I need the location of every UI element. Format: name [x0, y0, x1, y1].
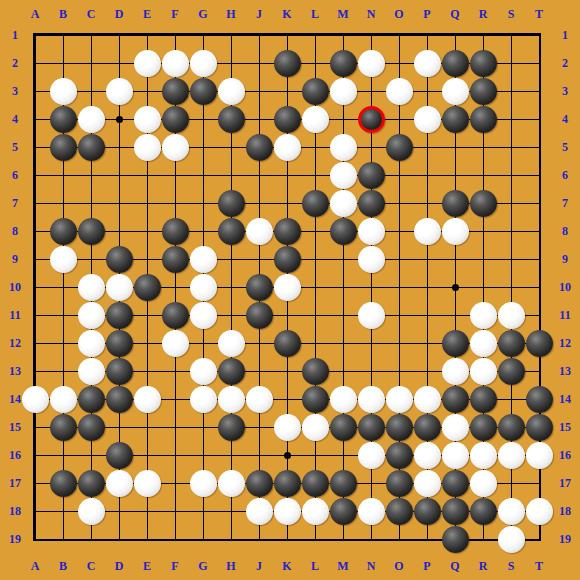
intersection-G7[interactable]	[189, 189, 217, 217]
intersection-L15[interactable]	[301, 413, 329, 441]
intersection-J4[interactable]	[245, 105, 273, 133]
intersection-S17[interactable]	[497, 469, 525, 497]
intersection-C11[interactable]	[77, 301, 105, 329]
intersection-N10[interactable]	[357, 273, 385, 301]
intersection-S14[interactable]	[497, 385, 525, 413]
intersection-Q10[interactable]	[441, 273, 469, 301]
intersection-K19[interactable]	[273, 525, 301, 553]
intersection-N6[interactable]	[357, 161, 385, 189]
intersection-O18[interactable]	[385, 497, 413, 525]
intersection-O19[interactable]	[385, 525, 413, 553]
intersection-A14[interactable]	[21, 385, 49, 413]
intersection-P7[interactable]	[413, 189, 441, 217]
intersection-M15[interactable]	[329, 413, 357, 441]
intersection-O16[interactable]	[385, 441, 413, 469]
intersection-T4[interactable]	[525, 105, 553, 133]
intersection-S12[interactable]	[497, 329, 525, 357]
intersection-R10[interactable]	[469, 273, 497, 301]
intersection-B2[interactable]	[49, 49, 77, 77]
intersection-M1[interactable]	[329, 21, 357, 49]
intersection-P13[interactable]	[413, 357, 441, 385]
intersection-O8[interactable]	[385, 217, 413, 245]
intersection-E4[interactable]	[133, 105, 161, 133]
intersection-D7[interactable]	[105, 189, 133, 217]
intersection-Q5[interactable]	[441, 133, 469, 161]
intersection-D4[interactable]	[105, 105, 133, 133]
intersection-A7[interactable]	[21, 189, 49, 217]
intersection-E17[interactable]	[133, 469, 161, 497]
intersection-B12[interactable]	[49, 329, 77, 357]
intersection-M18[interactable]	[329, 497, 357, 525]
intersection-N14[interactable]	[357, 385, 385, 413]
intersection-G17[interactable]	[189, 469, 217, 497]
intersection-R14[interactable]	[469, 385, 497, 413]
intersection-H14[interactable]	[217, 385, 245, 413]
intersection-P2[interactable]	[413, 49, 441, 77]
intersection-T16[interactable]	[525, 441, 553, 469]
intersection-N16[interactable]	[357, 441, 385, 469]
intersection-Q8[interactable]	[441, 217, 469, 245]
intersection-J19[interactable]	[245, 525, 273, 553]
intersection-D19[interactable]	[105, 525, 133, 553]
intersection-J5[interactable]	[245, 133, 273, 161]
intersection-J6[interactable]	[245, 161, 273, 189]
intersection-H15[interactable]	[217, 413, 245, 441]
intersection-O11[interactable]	[385, 301, 413, 329]
intersection-F18[interactable]	[161, 497, 189, 525]
intersection-S10[interactable]	[497, 273, 525, 301]
intersection-F5[interactable]	[161, 133, 189, 161]
intersection-B6[interactable]	[49, 161, 77, 189]
intersection-H8[interactable]	[217, 217, 245, 245]
intersection-N17[interactable]	[357, 469, 385, 497]
intersection-D5[interactable]	[105, 133, 133, 161]
intersection-O9[interactable]	[385, 245, 413, 273]
intersection-L5[interactable]	[301, 133, 329, 161]
intersection-E15[interactable]	[133, 413, 161, 441]
intersection-R16[interactable]	[469, 441, 497, 469]
intersection-L19[interactable]	[301, 525, 329, 553]
intersection-S8[interactable]	[497, 217, 525, 245]
intersection-J13[interactable]	[245, 357, 273, 385]
intersection-Q18[interactable]	[441, 497, 469, 525]
intersection-R9[interactable]	[469, 245, 497, 273]
intersection-Q2[interactable]	[441, 49, 469, 77]
intersection-M12[interactable]	[329, 329, 357, 357]
intersection-O12[interactable]	[385, 329, 413, 357]
intersection-E9[interactable]	[133, 245, 161, 273]
intersection-Q15[interactable]	[441, 413, 469, 441]
intersection-C14[interactable]	[77, 385, 105, 413]
intersection-K1[interactable]	[273, 21, 301, 49]
intersection-T1[interactable]	[525, 21, 553, 49]
intersection-R4[interactable]	[469, 105, 497, 133]
intersection-N3[interactable]	[357, 77, 385, 105]
intersection-J7[interactable]	[245, 189, 273, 217]
intersection-H12[interactable]	[217, 329, 245, 357]
intersection-E8[interactable]	[133, 217, 161, 245]
intersection-B7[interactable]	[49, 189, 77, 217]
intersection-T3[interactable]	[525, 77, 553, 105]
intersection-O17[interactable]	[385, 469, 413, 497]
intersection-O5[interactable]	[385, 133, 413, 161]
intersection-P19[interactable]	[413, 525, 441, 553]
intersection-B1[interactable]	[49, 21, 77, 49]
intersection-J18[interactable]	[245, 497, 273, 525]
intersection-C19[interactable]	[77, 525, 105, 553]
intersection-T19[interactable]	[525, 525, 553, 553]
intersection-F10[interactable]	[161, 273, 189, 301]
intersection-K8[interactable]	[273, 217, 301, 245]
intersection-Q17[interactable]	[441, 469, 469, 497]
intersection-J17[interactable]	[245, 469, 273, 497]
intersection-K6[interactable]	[273, 161, 301, 189]
intersection-M6[interactable]	[329, 161, 357, 189]
intersection-G6[interactable]	[189, 161, 217, 189]
intersection-K17[interactable]	[273, 469, 301, 497]
intersection-T10[interactable]	[525, 273, 553, 301]
intersection-K10[interactable]	[273, 273, 301, 301]
intersection-A2[interactable]	[21, 49, 49, 77]
intersection-P5[interactable]	[413, 133, 441, 161]
intersection-M9[interactable]	[329, 245, 357, 273]
intersection-B4[interactable]	[49, 105, 77, 133]
intersection-J12[interactable]	[245, 329, 273, 357]
intersection-B17[interactable]	[49, 469, 77, 497]
intersection-F16[interactable]	[161, 441, 189, 469]
intersection-J11[interactable]	[245, 301, 273, 329]
intersection-R13[interactable]	[469, 357, 497, 385]
intersection-S1[interactable]	[497, 21, 525, 49]
intersection-D8[interactable]	[105, 217, 133, 245]
intersection-M3[interactable]	[329, 77, 357, 105]
intersection-F12[interactable]	[161, 329, 189, 357]
intersection-P14[interactable]	[413, 385, 441, 413]
intersection-O13[interactable]	[385, 357, 413, 385]
intersection-A11[interactable]	[21, 301, 49, 329]
intersection-S9[interactable]	[497, 245, 525, 273]
intersection-T7[interactable]	[525, 189, 553, 217]
intersection-K18[interactable]	[273, 497, 301, 525]
intersection-Q7[interactable]	[441, 189, 469, 217]
intersection-S3[interactable]	[497, 77, 525, 105]
intersection-B3[interactable]	[49, 77, 77, 105]
intersection-D9[interactable]	[105, 245, 133, 273]
intersection-C2[interactable]	[77, 49, 105, 77]
intersection-E14[interactable]	[133, 385, 161, 413]
intersection-F3[interactable]	[161, 77, 189, 105]
intersection-F13[interactable]	[161, 357, 189, 385]
intersection-N11[interactable]	[357, 301, 385, 329]
intersection-D11[interactable]	[105, 301, 133, 329]
intersection-D14[interactable]	[105, 385, 133, 413]
intersection-N7[interactable]	[357, 189, 385, 217]
intersection-T9[interactable]	[525, 245, 553, 273]
intersection-R3[interactable]	[469, 77, 497, 105]
intersection-G1[interactable]	[189, 21, 217, 49]
intersection-C18[interactable]	[77, 497, 105, 525]
intersection-A18[interactable]	[21, 497, 49, 525]
intersection-P3[interactable]	[413, 77, 441, 105]
intersection-E13[interactable]	[133, 357, 161, 385]
intersection-G5[interactable]	[189, 133, 217, 161]
intersection-H11[interactable]	[217, 301, 245, 329]
intersection-K14[interactable]	[273, 385, 301, 413]
intersection-N2[interactable]	[357, 49, 385, 77]
intersection-T12[interactable]	[525, 329, 553, 357]
intersection-M19[interactable]	[329, 525, 357, 553]
intersection-R2[interactable]	[469, 49, 497, 77]
intersection-K5[interactable]	[273, 133, 301, 161]
intersection-C9[interactable]	[77, 245, 105, 273]
intersection-G12[interactable]	[189, 329, 217, 357]
intersection-K4[interactable]	[273, 105, 301, 133]
intersection-O10[interactable]	[385, 273, 413, 301]
intersection-O1[interactable]	[385, 21, 413, 49]
intersection-J1[interactable]	[245, 21, 273, 49]
intersection-G19[interactable]	[189, 525, 217, 553]
intersection-J3[interactable]	[245, 77, 273, 105]
intersection-O2[interactable]	[385, 49, 413, 77]
intersection-G3[interactable]	[189, 77, 217, 105]
intersection-B13[interactable]	[49, 357, 77, 385]
intersection-C1[interactable]	[77, 21, 105, 49]
intersection-K2[interactable]	[273, 49, 301, 77]
intersection-L17[interactable]	[301, 469, 329, 497]
intersection-C15[interactable]	[77, 413, 105, 441]
intersection-B15[interactable]	[49, 413, 77, 441]
intersection-K12[interactable]	[273, 329, 301, 357]
intersection-C12[interactable]	[77, 329, 105, 357]
intersection-E11[interactable]	[133, 301, 161, 329]
intersection-G2[interactable]	[189, 49, 217, 77]
intersection-M16[interactable]	[329, 441, 357, 469]
intersection-F7[interactable]	[161, 189, 189, 217]
intersection-D15[interactable]	[105, 413, 133, 441]
intersection-H19[interactable]	[217, 525, 245, 553]
intersection-F14[interactable]	[161, 385, 189, 413]
intersection-S15[interactable]	[497, 413, 525, 441]
intersection-C13[interactable]	[77, 357, 105, 385]
intersection-D1[interactable]	[105, 21, 133, 49]
intersection-L8[interactable]	[301, 217, 329, 245]
intersection-D18[interactable]	[105, 497, 133, 525]
intersection-A3[interactable]	[21, 77, 49, 105]
intersection-L2[interactable]	[301, 49, 329, 77]
intersection-H1[interactable]	[217, 21, 245, 49]
intersection-O14[interactable]	[385, 385, 413, 413]
intersection-E19[interactable]	[133, 525, 161, 553]
intersection-G9[interactable]	[189, 245, 217, 273]
intersection-T17[interactable]	[525, 469, 553, 497]
intersection-B10[interactable]	[49, 273, 77, 301]
intersection-G10[interactable]	[189, 273, 217, 301]
intersection-N9[interactable]	[357, 245, 385, 273]
intersection-K13[interactable]	[273, 357, 301, 385]
intersection-G16[interactable]	[189, 441, 217, 469]
intersection-E18[interactable]	[133, 497, 161, 525]
intersection-P4[interactable]	[413, 105, 441, 133]
intersection-K9[interactable]	[273, 245, 301, 273]
intersection-S5[interactable]	[497, 133, 525, 161]
intersection-N4[interactable]	[357, 105, 385, 133]
intersection-R8[interactable]	[469, 217, 497, 245]
intersection-A8[interactable]	[21, 217, 49, 245]
intersection-S7[interactable]	[497, 189, 525, 217]
intersection-S2[interactable]	[497, 49, 525, 77]
intersection-Q11[interactable]	[441, 301, 469, 329]
intersection-J10[interactable]	[245, 273, 273, 301]
intersection-L12[interactable]	[301, 329, 329, 357]
intersection-F15[interactable]	[161, 413, 189, 441]
intersection-P12[interactable]	[413, 329, 441, 357]
intersection-O7[interactable]	[385, 189, 413, 217]
intersection-A6[interactable]	[21, 161, 49, 189]
intersection-B11[interactable]	[49, 301, 77, 329]
intersection-Q3[interactable]	[441, 77, 469, 105]
intersection-D17[interactable]	[105, 469, 133, 497]
intersection-A15[interactable]	[21, 413, 49, 441]
intersection-B9[interactable]	[49, 245, 77, 273]
intersection-L4[interactable]	[301, 105, 329, 133]
intersection-H13[interactable]	[217, 357, 245, 385]
intersection-O15[interactable]	[385, 413, 413, 441]
intersection-E6[interactable]	[133, 161, 161, 189]
intersection-E2[interactable]	[133, 49, 161, 77]
intersection-P6[interactable]	[413, 161, 441, 189]
intersection-E16[interactable]	[133, 441, 161, 469]
intersection-H9[interactable]	[217, 245, 245, 273]
intersection-S16[interactable]	[497, 441, 525, 469]
intersection-K7[interactable]	[273, 189, 301, 217]
intersection-T6[interactable]	[525, 161, 553, 189]
intersection-F8[interactable]	[161, 217, 189, 245]
intersection-O4[interactable]	[385, 105, 413, 133]
intersection-O3[interactable]	[385, 77, 413, 105]
intersection-T14[interactable]	[525, 385, 553, 413]
intersection-D13[interactable]	[105, 357, 133, 385]
intersection-A1[interactable]	[21, 21, 49, 49]
intersection-Q4[interactable]	[441, 105, 469, 133]
intersection-A5[interactable]	[21, 133, 49, 161]
intersection-D12[interactable]	[105, 329, 133, 357]
intersection-T15[interactable]	[525, 413, 553, 441]
intersection-B14[interactable]	[49, 385, 77, 413]
intersection-P9[interactable]	[413, 245, 441, 273]
intersection-S18[interactable]	[497, 497, 525, 525]
intersection-N12[interactable]	[357, 329, 385, 357]
intersection-C16[interactable]	[77, 441, 105, 469]
intersection-H7[interactable]	[217, 189, 245, 217]
intersection-A10[interactable]	[21, 273, 49, 301]
intersection-L18[interactable]	[301, 497, 329, 525]
intersection-C4[interactable]	[77, 105, 105, 133]
intersection-P18[interactable]	[413, 497, 441, 525]
intersection-Q1[interactable]	[441, 21, 469, 49]
intersection-F11[interactable]	[161, 301, 189, 329]
intersection-Q6[interactable]	[441, 161, 469, 189]
intersection-A9[interactable]	[21, 245, 49, 273]
intersection-C6[interactable]	[77, 161, 105, 189]
intersection-C5[interactable]	[77, 133, 105, 161]
intersection-N5[interactable]	[357, 133, 385, 161]
intersection-A13[interactable]	[21, 357, 49, 385]
intersection-Q19[interactable]	[441, 525, 469, 553]
intersection-R11[interactable]	[469, 301, 497, 329]
intersection-E1[interactable]	[133, 21, 161, 49]
intersection-B8[interactable]	[49, 217, 77, 245]
intersection-F9[interactable]	[161, 245, 189, 273]
intersection-Q13[interactable]	[441, 357, 469, 385]
intersection-R6[interactable]	[469, 161, 497, 189]
intersection-D10[interactable]	[105, 273, 133, 301]
intersection-P16[interactable]	[413, 441, 441, 469]
intersection-M5[interactable]	[329, 133, 357, 161]
intersection-L16[interactable]	[301, 441, 329, 469]
intersection-G13[interactable]	[189, 357, 217, 385]
intersection-E7[interactable]	[133, 189, 161, 217]
intersection-H16[interactable]	[217, 441, 245, 469]
intersection-B5[interactable]	[49, 133, 77, 161]
intersection-L10[interactable]	[301, 273, 329, 301]
intersection-N8[interactable]	[357, 217, 385, 245]
intersection-J2[interactable]	[245, 49, 273, 77]
intersection-O6[interactable]	[385, 161, 413, 189]
intersection-P8[interactable]	[413, 217, 441, 245]
intersection-Q12[interactable]	[441, 329, 469, 357]
intersection-F4[interactable]	[161, 105, 189, 133]
intersection-G4[interactable]	[189, 105, 217, 133]
intersection-G18[interactable]	[189, 497, 217, 525]
intersection-R12[interactable]	[469, 329, 497, 357]
intersection-H10[interactable]	[217, 273, 245, 301]
intersection-M4[interactable]	[329, 105, 357, 133]
intersection-R15[interactable]	[469, 413, 497, 441]
intersection-Q9[interactable]	[441, 245, 469, 273]
intersection-N1[interactable]	[357, 21, 385, 49]
intersection-C7[interactable]	[77, 189, 105, 217]
intersection-M11[interactable]	[329, 301, 357, 329]
intersection-F6[interactable]	[161, 161, 189, 189]
intersection-E12[interactable]	[133, 329, 161, 357]
intersection-R17[interactable]	[469, 469, 497, 497]
intersection-M2[interactable]	[329, 49, 357, 77]
intersection-B16[interactable]	[49, 441, 77, 469]
intersection-M10[interactable]	[329, 273, 357, 301]
intersection-D16[interactable]	[105, 441, 133, 469]
intersection-H17[interactable]	[217, 469, 245, 497]
intersection-E5[interactable]	[133, 133, 161, 161]
intersection-A12[interactable]	[21, 329, 49, 357]
intersection-M17[interactable]	[329, 469, 357, 497]
intersection-C17[interactable]	[77, 469, 105, 497]
intersection-D3[interactable]	[105, 77, 133, 105]
intersection-M8[interactable]	[329, 217, 357, 245]
intersection-A17[interactable]	[21, 469, 49, 497]
intersection-R1[interactable]	[469, 21, 497, 49]
intersection-L7[interactable]	[301, 189, 329, 217]
intersection-F17[interactable]	[161, 469, 189, 497]
intersection-L1[interactable]	[301, 21, 329, 49]
intersection-D6[interactable]	[105, 161, 133, 189]
intersection-J16[interactable]	[245, 441, 273, 469]
intersection-S4[interactable]	[497, 105, 525, 133]
intersection-J9[interactable]	[245, 245, 273, 273]
intersection-G14[interactable]	[189, 385, 217, 413]
intersection-E3[interactable]	[133, 77, 161, 105]
intersection-L14[interactable]	[301, 385, 329, 413]
intersection-Q14[interactable]	[441, 385, 469, 413]
